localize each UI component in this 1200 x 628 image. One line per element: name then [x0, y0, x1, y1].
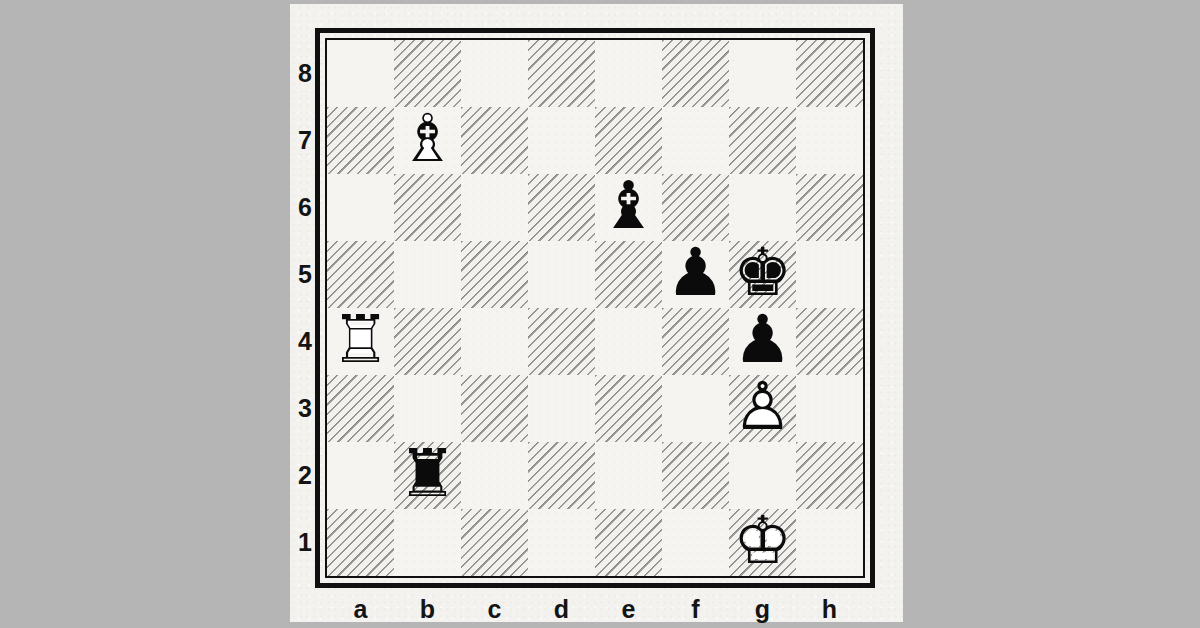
piece-white-outline: ♖ [327, 308, 394, 375]
square-b6 [394, 174, 461, 241]
piece-black-fill: ♟ [662, 241, 729, 308]
rank-label-3: 3 [294, 375, 316, 442]
square-h7 [796, 107, 863, 174]
square-h1 [796, 509, 863, 576]
piece-white-outline: ♙ [729, 375, 796, 442]
square-d2 [528, 442, 595, 509]
square-c3 [461, 375, 528, 442]
square-g2 [729, 442, 796, 509]
square-f6 [662, 174, 729, 241]
piece-black-pawn: ♟ [662, 241, 729, 308]
square-a2 [327, 442, 394, 509]
square-e2 [595, 442, 662, 509]
rank-label-8: 8 [294, 40, 316, 107]
piece-black-fill: ♟ [729, 308, 796, 375]
piece-white-outline: ♗ [394, 107, 461, 174]
file-label-h: h [796, 596, 863, 622]
piece-black-fill: ♜ [394, 442, 461, 509]
square-b5 [394, 241, 461, 308]
square-d1 [528, 509, 595, 576]
rank-label-6: 6 [294, 174, 316, 241]
square-g3: ♟♙ [729, 375, 796, 442]
square-a4: ♜♖ [327, 308, 394, 375]
square-e8 [595, 40, 662, 107]
square-e5 [595, 241, 662, 308]
rank-labels: 87654321 [294, 40, 316, 576]
square-h2 [796, 442, 863, 509]
piece-white-pawn: ♟♙ [729, 375, 796, 442]
square-g7 [729, 107, 796, 174]
square-h5 [796, 241, 863, 308]
square-a5 [327, 241, 394, 308]
square-b8 [394, 40, 461, 107]
piece-white-bishop: ♝♗ [394, 107, 461, 174]
piece-black-rook: ♜ [394, 442, 461, 509]
square-g8 [729, 40, 796, 107]
piece-black-pawn: ♟ [729, 308, 796, 375]
rank-label-2: 2 [294, 442, 316, 509]
square-c8 [461, 40, 528, 107]
square-f7 [662, 107, 729, 174]
square-d3 [528, 375, 595, 442]
square-d8 [528, 40, 595, 107]
square-h6 [796, 174, 863, 241]
square-d4 [528, 308, 595, 375]
piece-white-outline: ♔ [729, 509, 796, 576]
rank-label-5: 5 [294, 241, 316, 308]
file-label-d: d [528, 596, 595, 622]
square-e1 [595, 509, 662, 576]
square-c6 [461, 174, 528, 241]
rank-label-1: 1 [294, 509, 316, 576]
file-label-a: a [327, 596, 394, 622]
square-g4: ♟ [729, 308, 796, 375]
screenshot-root: 87654321 ♝♗♝♟♚♜♖♟♟♙♜♚♔ abcdefgh [0, 0, 1200, 628]
file-label-f: f [662, 596, 729, 622]
square-e7 [595, 107, 662, 174]
square-a1 [327, 509, 394, 576]
square-e3 [595, 375, 662, 442]
square-c1 [461, 509, 528, 576]
square-b3 [394, 375, 461, 442]
piece-black-bishop: ♝ [595, 174, 662, 241]
square-d6 [528, 174, 595, 241]
square-d5 [528, 241, 595, 308]
square-b4 [394, 308, 461, 375]
square-f3 [662, 375, 729, 442]
square-f8 [662, 40, 729, 107]
square-a7 [327, 107, 394, 174]
file-label-e: e [595, 596, 662, 622]
square-f1 [662, 509, 729, 576]
piece-black-fill: ♝ [595, 174, 662, 241]
chess-board-inner-border: ♝♗♝♟♚♜♖♟♟♙♜♚♔ [325, 38, 865, 578]
square-f2 [662, 442, 729, 509]
square-h4 [796, 308, 863, 375]
square-b7: ♝♗ [394, 107, 461, 174]
square-c5 [461, 241, 528, 308]
square-f5: ♟ [662, 241, 729, 308]
square-h8 [796, 40, 863, 107]
file-label-b: b [394, 596, 461, 622]
piece-black-fill: ♚ [729, 241, 796, 308]
square-b2: ♜ [394, 442, 461, 509]
square-e6: ♝ [595, 174, 662, 241]
square-a6 [327, 174, 394, 241]
square-g5: ♚ [729, 241, 796, 308]
rank-label-7: 7 [294, 107, 316, 174]
square-f4 [662, 308, 729, 375]
piece-white-king: ♚♔ [729, 509, 796, 576]
file-label-c: c [461, 596, 528, 622]
piece-white-rook: ♜♖ [327, 308, 394, 375]
piece-black-king: ♚ [729, 241, 796, 308]
square-c7 [461, 107, 528, 174]
square-d7 [528, 107, 595, 174]
square-h3 [796, 375, 863, 442]
file-label-g: g [729, 596, 796, 622]
square-a3 [327, 375, 394, 442]
chess-board: ♝♗♝♟♚♜♖♟♟♙♜♚♔ [327, 40, 863, 576]
chess-board-border: ♝♗♝♟♚♜♖♟♟♙♜♚♔ [315, 28, 875, 588]
square-g6 [729, 174, 796, 241]
square-c4 [461, 308, 528, 375]
square-e4 [595, 308, 662, 375]
square-c2 [461, 442, 528, 509]
square-b1 [394, 509, 461, 576]
diagram-paper: 87654321 ♝♗♝♟♚♜♖♟♟♙♜♚♔ abcdefgh [290, 4, 903, 622]
file-labels: abcdefgh [327, 596, 863, 622]
square-a8 [327, 40, 394, 107]
rank-label-4: 4 [294, 308, 316, 375]
square-g1: ♚♔ [729, 509, 796, 576]
